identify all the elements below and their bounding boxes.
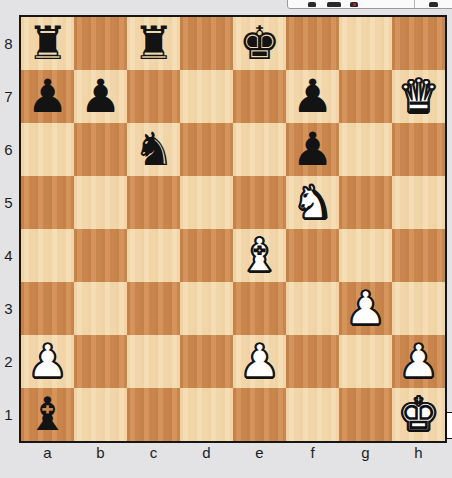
square-f3[interactable]	[286, 282, 339, 335]
file-label-d: d	[180, 443, 233, 462]
square-h8[interactable]	[392, 17, 445, 70]
piece-white-bishop[interactable]: ♝	[239, 229, 280, 282]
square-d1[interactable]	[180, 388, 233, 441]
piece-black-king[interactable]: ♚	[239, 17, 280, 70]
square-a2[interactable]: ♟	[21, 335, 74, 388]
square-a5[interactable]	[21, 176, 74, 229]
right-edge-ui-fragment	[445, 412, 452, 439]
toolbar-divider	[414, 0, 415, 8]
toolbar-icon-2[interactable]	[327, 2, 341, 7]
rank-label-8: 8	[0, 17, 17, 70]
file-label-c: c	[127, 443, 180, 462]
rank-label-2: 2	[0, 335, 17, 388]
square-e7[interactable]	[233, 70, 286, 123]
rank-label-3: 3	[0, 282, 17, 335]
square-b4[interactable]	[74, 229, 127, 282]
piece-white-pawn[interactable]: ♟	[398, 335, 439, 388]
square-h3[interactable]	[392, 282, 445, 335]
file-label-f: f	[286, 443, 339, 462]
piece-black-pawn[interactable]: ♟	[292, 70, 333, 123]
square-f6[interactable]: ♟	[286, 123, 339, 176]
square-b6[interactable]	[74, 123, 127, 176]
file-label-b: b	[74, 443, 127, 462]
piece-white-pawn[interactable]: ♟	[345, 282, 386, 335]
square-h1[interactable]: ♚	[392, 388, 445, 441]
piece-black-pawn[interactable]: ♟	[80, 70, 121, 123]
square-f2[interactable]	[286, 335, 339, 388]
square-f5[interactable]: ♞	[286, 176, 339, 229]
square-e4[interactable]: ♝	[233, 229, 286, 282]
square-a6[interactable]	[21, 123, 74, 176]
square-c5[interactable]	[127, 176, 180, 229]
square-e3[interactable]	[233, 282, 286, 335]
square-g8[interactable]	[339, 17, 392, 70]
square-g4[interactable]	[339, 229, 392, 282]
square-b7[interactable]: ♟	[74, 70, 127, 123]
square-a7[interactable]: ♟	[21, 70, 74, 123]
square-a1[interactable]: ♝	[21, 388, 74, 441]
square-d2[interactable]	[180, 335, 233, 388]
piece-white-king[interactable]: ♚	[398, 388, 439, 441]
piece-white-pawn[interactable]: ♟	[27, 335, 68, 388]
square-a3[interactable]	[21, 282, 74, 335]
square-d8[interactable]	[180, 17, 233, 70]
square-c3[interactable]	[127, 282, 180, 335]
square-g5[interactable]	[339, 176, 392, 229]
square-b2[interactable]	[74, 335, 127, 388]
square-b5[interactable]	[74, 176, 127, 229]
toolbar-icon-4[interactable]	[429, 2, 438, 7]
square-f1[interactable]	[286, 388, 339, 441]
app-window: ♜♜♚♟♟♟♛♞♟♞♝♟♟♟♟♝♚ 87654321abcdefgh	[0, 0, 452, 478]
file-label-h: h	[392, 443, 445, 462]
square-d3[interactable]	[180, 282, 233, 335]
chess-board: ♜♜♚♟♟♟♛♞♟♞♝♟♟♟♟♝♚	[19, 15, 447, 443]
square-d6[interactable]	[180, 123, 233, 176]
rank-label-5: 5	[0, 176, 17, 229]
square-e5[interactable]	[233, 176, 286, 229]
square-e1[interactable]	[233, 388, 286, 441]
piece-black-knight[interactable]: ♞	[133, 123, 174, 176]
square-h7[interactable]: ♛	[392, 70, 445, 123]
square-c7[interactable]	[127, 70, 180, 123]
piece-black-bishop[interactable]: ♝	[27, 388, 68, 441]
square-e8[interactable]: ♚	[233, 17, 286, 70]
square-e2[interactable]: ♟	[233, 335, 286, 388]
square-g3[interactable]: ♟	[339, 282, 392, 335]
square-e6[interactable]	[233, 123, 286, 176]
rank-label-4: 4	[0, 229, 17, 282]
square-f4[interactable]	[286, 229, 339, 282]
square-c1[interactable]	[127, 388, 180, 441]
square-h6[interactable]	[392, 123, 445, 176]
square-h5[interactable]	[392, 176, 445, 229]
piece-black-rook[interactable]: ♜	[27, 17, 68, 70]
toolbar-record-dot-icon	[353, 3, 356, 6]
square-h2[interactable]: ♟	[392, 335, 445, 388]
square-c2[interactable]	[127, 335, 180, 388]
square-c4[interactable]	[127, 229, 180, 282]
square-a4[interactable]	[21, 229, 74, 282]
toolbar-fragment[interactable]	[287, 0, 452, 9]
rank-label-1: 1	[0, 388, 17, 441]
square-b3[interactable]	[74, 282, 127, 335]
square-g6[interactable]	[339, 123, 392, 176]
piece-black-rook[interactable]: ♜	[133, 17, 174, 70]
file-label-a: a	[21, 443, 74, 462]
piece-black-pawn[interactable]: ♟	[27, 70, 68, 123]
file-label-e: e	[233, 443, 286, 462]
square-d7[interactable]	[180, 70, 233, 123]
square-h4[interactable]	[392, 229, 445, 282]
piece-white-pawn[interactable]: ♟	[239, 335, 280, 388]
square-g1[interactable]	[339, 388, 392, 441]
square-d5[interactable]	[180, 176, 233, 229]
file-label-g: g	[339, 443, 392, 462]
square-c6[interactable]: ♞	[127, 123, 180, 176]
square-c8[interactable]: ♜	[127, 17, 180, 70]
square-a8[interactable]: ♜	[21, 17, 74, 70]
square-f7[interactable]: ♟	[286, 70, 339, 123]
piece-black-pawn[interactable]: ♟	[292, 123, 333, 176]
rank-label-7: 7	[0, 70, 17, 123]
square-b1[interactable]	[74, 388, 127, 441]
square-f8[interactable]	[286, 17, 339, 70]
rank-label-6: 6	[0, 123, 17, 176]
square-b8[interactable]	[74, 17, 127, 70]
square-g7[interactable]	[339, 70, 392, 123]
square-d4[interactable]	[180, 229, 233, 282]
piece-white-queen[interactable]: ♛	[398, 70, 439, 123]
toolbar-icon-1[interactable]	[308, 2, 316, 7]
piece-white-knight[interactable]: ♞	[292, 176, 333, 229]
square-g2[interactable]	[339, 335, 392, 388]
